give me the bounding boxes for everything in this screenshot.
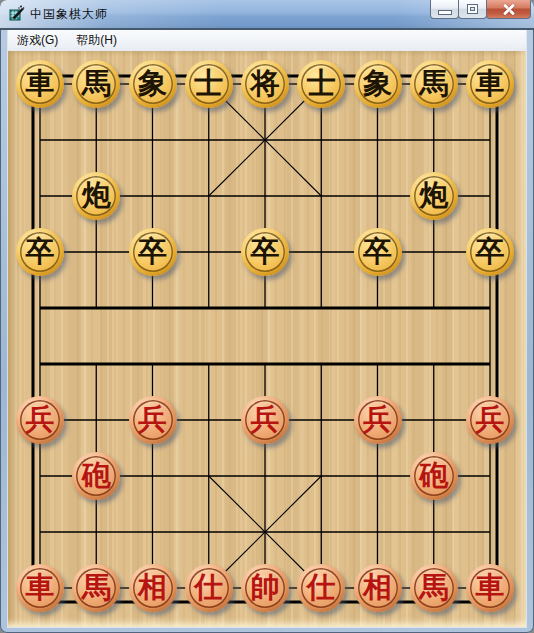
piece-black-advisor[interactable]: 士	[297, 60, 345, 108]
piece-face: 士	[301, 64, 341, 104]
piece-black-cannon[interactable]: 炮	[410, 172, 458, 220]
piece-black-soldier[interactable]: 卒	[241, 228, 289, 276]
piece-glyph: 馬	[419, 69, 448, 98]
piece-face: 象	[133, 64, 173, 104]
piece-glyph: 馬	[82, 69, 111, 98]
piece-glyph: 炮	[82, 181, 111, 210]
piece-glyph: 兵	[26, 405, 55, 434]
piece-glyph: 卒	[138, 237, 167, 266]
piece-glyph: 卒	[251, 237, 280, 266]
piece-face: 兵	[20, 400, 60, 440]
piece-black-general[interactable]: 将	[241, 60, 289, 108]
piece-face: 仕	[301, 568, 341, 608]
piece-glyph: 卒	[26, 237, 55, 266]
piece-glyph: 兵	[476, 405, 505, 434]
piece-red-elephant[interactable]: 相	[129, 564, 177, 612]
window-title: 中国象棋大师	[30, 6, 108, 23]
close-button[interactable]	[486, 0, 531, 19]
piece-glyph: 馬	[419, 573, 448, 602]
piece-face: 卒	[470, 232, 510, 272]
close-icon	[503, 3, 515, 15]
piece-glyph: 兵	[138, 405, 167, 434]
piece-glyph: 士	[194, 69, 223, 98]
piece-glyph: 車	[476, 573, 505, 602]
piece-red-advisor[interactable]: 仕	[185, 564, 233, 612]
piece-face: 馬	[414, 64, 454, 104]
piece-red-horse[interactable]: 馬	[410, 564, 458, 612]
piece-face: 兵	[245, 400, 285, 440]
maximize-button[interactable]	[458, 0, 487, 19]
piece-face: 卒	[245, 232, 285, 272]
piece-black-horse[interactable]: 馬	[410, 60, 458, 108]
piece-face: 卒	[358, 232, 398, 272]
piece-red-chariot[interactable]: 車	[16, 564, 64, 612]
piece-glyph: 将	[251, 69, 280, 98]
menu-bar: 游戏(G) 帮助(H)	[8, 30, 526, 51]
board-grid	[8, 51, 526, 627]
piece-glyph: 兵	[363, 405, 392, 434]
minimize-button[interactable]	[430, 0, 459, 19]
piece-glyph: 卒	[476, 237, 505, 266]
menu-item-game[interactable]: 游戏(G)	[8, 29, 67, 53]
piece-red-cannon[interactable]: 砲	[410, 452, 458, 500]
piece-glyph: 車	[476, 69, 505, 98]
piece-face: 兵	[133, 400, 173, 440]
app-icon	[9, 5, 25, 21]
piece-red-horse[interactable]: 馬	[72, 564, 120, 612]
piece-glyph: 炮	[419, 181, 448, 210]
piece-face: 砲	[76, 456, 116, 496]
piece-red-soldier[interactable]: 兵	[129, 396, 177, 444]
piece-black-horse[interactable]: 馬	[72, 60, 120, 108]
piece-black-elephant[interactable]: 象	[129, 60, 177, 108]
titlebar[interactable]: 中国象棋大师	[0, 0, 534, 30]
piece-face: 象	[358, 64, 398, 104]
piece-glyph: 仕	[194, 573, 223, 602]
piece-face: 兵	[470, 400, 510, 440]
piece-glyph: 卒	[363, 237, 392, 266]
piece-red-soldier[interactable]: 兵	[466, 396, 514, 444]
piece-glyph: 車	[26, 69, 55, 98]
piece-glyph: 仕	[307, 573, 336, 602]
app-window: 中国象棋大师 游戏(G) 帮助(H) 車馬象士将士象馬車炮炮卒卒卒卒卒兵兵兵兵兵…	[0, 0, 534, 633]
piece-face: 砲	[414, 456, 454, 496]
piece-red-cannon[interactable]: 砲	[72, 452, 120, 500]
piece-red-soldier[interactable]: 兵	[16, 396, 64, 444]
piece-face: 卒	[133, 232, 173, 272]
piece-glyph: 馬	[82, 573, 111, 602]
piece-red-elephant[interactable]: 相	[354, 564, 402, 612]
caption-buttons	[431, 0, 531, 19]
piece-glyph: 砲	[82, 461, 111, 490]
piece-face: 車	[470, 568, 510, 608]
piece-face: 士	[189, 64, 229, 104]
piece-black-cannon[interactable]: 炮	[72, 172, 120, 220]
piece-black-chariot[interactable]: 車	[466, 60, 514, 108]
menu-item-help[interactable]: 帮助(H)	[67, 29, 126, 53]
piece-black-soldier[interactable]: 卒	[129, 228, 177, 276]
piece-face: 将	[245, 64, 285, 104]
piece-face: 兵	[358, 400, 398, 440]
piece-red-chariot[interactable]: 車	[466, 564, 514, 612]
piece-face: 車	[20, 64, 60, 104]
piece-black-soldier[interactable]: 卒	[354, 228, 402, 276]
piece-glyph: 車	[26, 573, 55, 602]
piece-face: 馬	[414, 568, 454, 608]
piece-face: 相	[133, 568, 173, 608]
piece-glyph: 象	[138, 69, 167, 98]
piece-glyph: 相	[138, 573, 167, 602]
piece-face: 炮	[414, 176, 454, 216]
piece-glyph: 帥	[251, 573, 280, 602]
piece-glyph: 砲	[419, 461, 448, 490]
piece-black-advisor[interactable]: 士	[185, 60, 233, 108]
piece-face: 車	[470, 64, 510, 104]
piece-face: 帥	[245, 568, 285, 608]
piece-face: 車	[20, 568, 60, 608]
window-content: 游戏(G) 帮助(H) 車馬象士将士象馬車炮炮卒卒卒卒卒兵兵兵兵兵砲砲車馬相仕帥…	[8, 30, 526, 627]
piece-glyph: 兵	[251, 405, 280, 434]
piece-glyph: 相	[363, 573, 392, 602]
piece-black-soldier[interactable]: 卒	[16, 228, 64, 276]
xiangqi-board[interactable]: 車馬象士将士象馬車炮炮卒卒卒卒卒兵兵兵兵兵砲砲車馬相仕帥仕相馬車	[8, 51, 526, 627]
piece-glyph: 象	[363, 69, 392, 98]
piece-red-soldier[interactable]: 兵	[354, 396, 402, 444]
maximize-icon	[468, 5, 477, 13]
piece-face: 卒	[20, 232, 60, 272]
piece-red-advisor[interactable]: 仕	[297, 564, 345, 612]
piece-red-soldier[interactable]: 兵	[241, 396, 289, 444]
piece-black-elephant[interactable]: 象	[354, 60, 402, 108]
piece-face: 仕	[189, 568, 229, 608]
piece-glyph: 士	[307, 69, 336, 98]
piece-face: 炮	[76, 176, 116, 216]
piece-face: 馬	[76, 64, 116, 104]
piece-face: 馬	[76, 568, 116, 608]
piece-black-chariot[interactable]: 車	[16, 60, 64, 108]
piece-face: 相	[358, 568, 398, 608]
piece-black-soldier[interactable]: 卒	[466, 228, 514, 276]
piece-red-general[interactable]: 帥	[241, 564, 289, 612]
minimize-icon	[439, 11, 451, 14]
